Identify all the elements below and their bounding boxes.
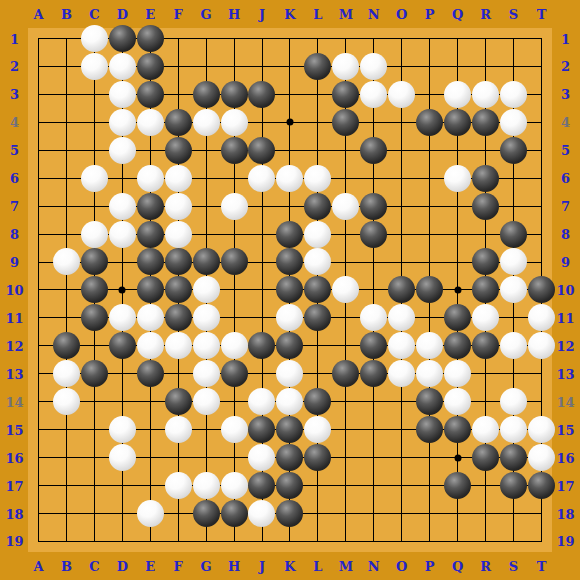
column-label-bottom: M bbox=[339, 560, 353, 573]
column-label-bottom: Q bbox=[452, 560, 463, 573]
row-label-left: 14 bbox=[5, 395, 23, 408]
go-board-frame: AABBCCDDEEFFGGHHJJKKLLMMNNOOPPQQRRSSTT11… bbox=[0, 0, 580, 580]
row-label-left: 17 bbox=[5, 479, 23, 492]
row-label-right: 19 bbox=[556, 535, 574, 548]
column-label-top: L bbox=[313, 8, 322, 21]
row-label-left: 3 bbox=[10, 88, 19, 101]
row-label-left: 9 bbox=[10, 256, 19, 269]
row-label-right: 15 bbox=[556, 423, 574, 436]
column-label-bottom: F bbox=[174, 560, 183, 573]
column-label-top: J bbox=[259, 8, 265, 21]
column-label-top: F bbox=[174, 8, 183, 21]
row-label-right: 16 bbox=[556, 451, 574, 464]
column-label-bottom: D bbox=[117, 560, 128, 573]
column-label-bottom: R bbox=[480, 560, 491, 573]
row-label-left: 1 bbox=[10, 32, 19, 45]
row-label-right: 5 bbox=[561, 144, 570, 157]
row-label-left: 16 bbox=[5, 451, 23, 464]
row-label-right: 4 bbox=[561, 116, 570, 129]
column-label-bottom: C bbox=[89, 560, 99, 573]
row-label-right: 10 bbox=[556, 283, 574, 296]
row-label-left: 15 bbox=[5, 423, 23, 436]
row-label-left: 18 bbox=[5, 507, 23, 520]
row-label-left: 11 bbox=[5, 311, 23, 324]
column-label-bottom: N bbox=[368, 560, 380, 573]
row-label-right: 3 bbox=[561, 88, 570, 101]
column-label-top: E bbox=[145, 8, 155, 21]
row-label-right: 1 bbox=[561, 32, 570, 45]
row-label-right: 8 bbox=[561, 228, 570, 241]
row-label-left: 5 bbox=[10, 144, 19, 157]
column-label-top: T bbox=[537, 8, 547, 21]
column-label-top: S bbox=[509, 8, 518, 21]
column-label-top: K bbox=[284, 8, 295, 21]
row-label-left: 4 bbox=[10, 116, 19, 129]
row-label-left: 10 bbox=[5, 283, 23, 296]
row-label-right: 7 bbox=[561, 200, 570, 213]
row-label-left: 6 bbox=[10, 172, 19, 185]
row-label-right: 2 bbox=[561, 60, 570, 73]
column-label-bottom: L bbox=[313, 560, 322, 573]
column-label-top: G bbox=[201, 8, 212, 21]
column-label-top: N bbox=[368, 8, 380, 21]
row-label-left: 7 bbox=[10, 200, 19, 213]
column-label-bottom: O bbox=[396, 560, 407, 573]
row-label-right: 13 bbox=[556, 367, 574, 380]
column-label-top: M bbox=[339, 8, 353, 21]
column-label-bottom: S bbox=[509, 560, 518, 573]
column-label-bottom: K bbox=[284, 560, 295, 573]
column-label-top: P bbox=[425, 8, 435, 21]
row-label-right: 14 bbox=[556, 395, 574, 408]
row-label-right: 9 bbox=[561, 256, 570, 269]
column-label-top: Q bbox=[452, 8, 463, 21]
column-label-top: H bbox=[228, 8, 240, 21]
coordinate-labels: AABBCCDDEEFFGGHHJJKKLLMMNNOOPPQQRRSSTT11… bbox=[0, 0, 580, 580]
row-label-left: 19 bbox=[5, 535, 23, 548]
column-label-bottom: T bbox=[537, 560, 547, 573]
row-label-right: 11 bbox=[556, 311, 574, 324]
row-label-left: 8 bbox=[10, 228, 19, 241]
column-label-top: R bbox=[480, 8, 491, 21]
column-label-bottom: B bbox=[61, 560, 72, 573]
row-label-right: 18 bbox=[556, 507, 574, 520]
column-label-bottom: J bbox=[259, 560, 265, 573]
column-label-bottom: G bbox=[201, 560, 212, 573]
row-label-right: 12 bbox=[556, 339, 574, 352]
row-label-left: 2 bbox=[10, 60, 19, 73]
row-label-right: 6 bbox=[561, 172, 570, 185]
column-label-bottom: P bbox=[425, 560, 435, 573]
column-label-bottom: H bbox=[228, 560, 240, 573]
column-label-top: C bbox=[89, 8, 99, 21]
column-label-top: B bbox=[61, 8, 72, 21]
column-label-top: A bbox=[33, 8, 43, 21]
column-label-top: O bbox=[396, 8, 407, 21]
row-label-left: 12 bbox=[5, 339, 23, 352]
column-label-top: D bbox=[117, 8, 128, 21]
row-label-left: 13 bbox=[5, 367, 23, 380]
row-label-right: 17 bbox=[556, 479, 574, 492]
column-label-bottom: A bbox=[33, 560, 43, 573]
column-label-bottom: E bbox=[145, 560, 155, 573]
